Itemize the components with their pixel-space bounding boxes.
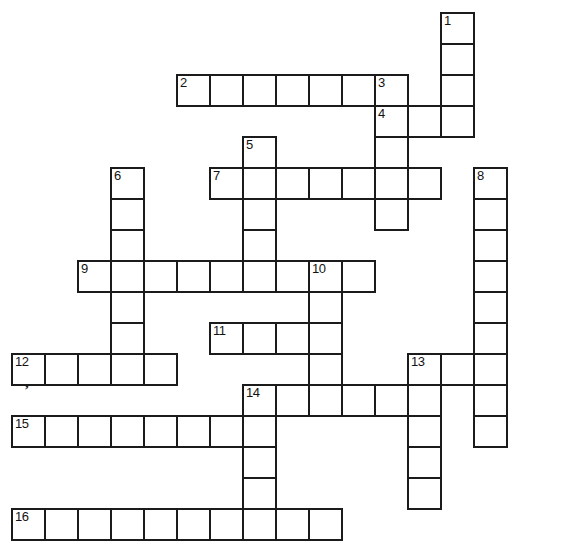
cell-r2-c11[interactable]: 3 xyxy=(374,74,409,107)
clue-number-13: 13 xyxy=(411,355,424,370)
cell-r6-c11[interactable] xyxy=(374,198,409,231)
cell-r13-c14[interactable] xyxy=(473,415,508,448)
cell-r11-c2[interactable] xyxy=(77,353,112,386)
cell-r5-c6[interactable]: 7 xyxy=(209,167,244,200)
cell-r16-c1[interactable] xyxy=(44,508,79,541)
cell-r16-c9[interactable] xyxy=(308,508,343,541)
cell-r12-c12[interactable] xyxy=(407,384,442,417)
cell-r6-c14[interactable] xyxy=(473,198,508,231)
cell-r12-c8[interactable] xyxy=(275,384,310,417)
cell-r12-c10[interactable] xyxy=(341,384,376,417)
cell-r2-c13[interactable] xyxy=(440,74,475,107)
cell-r7-c14[interactable] xyxy=(473,229,508,262)
cell-r15-c12[interactable] xyxy=(407,477,442,510)
clue-number-1: 1 xyxy=(444,14,451,29)
clue-number-4: 4 xyxy=(378,107,385,122)
cell-r8-c3[interactable] xyxy=(110,260,145,293)
cell-r5-c12[interactable] xyxy=(407,167,442,200)
stray-ink-mark: , xyxy=(25,374,29,391)
cell-r10-c7[interactable] xyxy=(242,322,277,355)
cell-r3-c12[interactable] xyxy=(407,105,442,138)
cell-r8-c2[interactable]: 9 xyxy=(77,260,112,293)
cell-r2-c6[interactable] xyxy=(209,74,244,107)
cell-r16-c7[interactable] xyxy=(242,508,277,541)
cell-r8-c8[interactable] xyxy=(275,260,310,293)
cell-r10-c14[interactable] xyxy=(473,322,508,355)
cell-r16-c4[interactable] xyxy=(143,508,178,541)
cell-r2-c10[interactable] xyxy=(341,74,376,107)
cell-r13-c0[interactable]: 15 xyxy=(11,415,46,448)
cell-r4-c11[interactable] xyxy=(374,136,409,169)
cell-r16-c3[interactable] xyxy=(110,508,145,541)
cell-r11-c14[interactable] xyxy=(473,353,508,386)
cell-r2-c7[interactable] xyxy=(242,74,277,107)
cell-r5-c8[interactable] xyxy=(275,167,310,200)
crossword-board: 12345678910111213141516, xyxy=(0,0,568,545)
cell-r13-c7[interactable] xyxy=(242,415,277,448)
cell-r3-c13[interactable] xyxy=(440,105,475,138)
clue-number-8: 8 xyxy=(477,169,484,184)
cell-r9-c9[interactable] xyxy=(308,291,343,324)
cell-r5-c10[interactable] xyxy=(341,167,376,200)
cell-r16-c6[interactable] xyxy=(209,508,244,541)
cell-r16-c0[interactable]: 16 xyxy=(11,508,46,541)
cell-r5-c9[interactable] xyxy=(308,167,343,200)
cell-r16-c2[interactable] xyxy=(77,508,112,541)
clue-number-5: 5 xyxy=(246,138,253,153)
cell-r12-c11[interactable] xyxy=(374,384,409,417)
cell-r13-c1[interactable] xyxy=(44,415,79,448)
clue-number-3: 3 xyxy=(378,76,385,91)
cell-r12-c14[interactable] xyxy=(473,384,508,417)
cell-r12-c9[interactable] xyxy=(308,384,343,417)
cell-r8-c4[interactable] xyxy=(143,260,178,293)
clue-number-11: 11 xyxy=(213,324,226,339)
cell-r16-c8[interactable] xyxy=(275,508,310,541)
cell-r10-c8[interactable] xyxy=(275,322,310,355)
cell-r8-c9[interactable]: 10 xyxy=(308,260,343,293)
cell-r8-c10[interactable] xyxy=(341,260,376,293)
cell-r11-c3[interactable] xyxy=(110,353,145,386)
cell-r12-c7[interactable]: 14 xyxy=(242,384,277,417)
cell-r2-c5[interactable]: 2 xyxy=(176,74,211,107)
cell-r13-c4[interactable] xyxy=(143,415,178,448)
cell-r9-c3[interactable] xyxy=(110,291,145,324)
cell-r1-c13[interactable] xyxy=(440,43,475,76)
cell-r11-c13[interactable] xyxy=(440,353,475,386)
cell-r11-c9[interactable] xyxy=(308,353,343,386)
cell-r8-c14[interactable] xyxy=(473,260,508,293)
cell-r3-c11[interactable]: 4 xyxy=(374,105,409,138)
cell-r16-c5[interactable] xyxy=(176,508,211,541)
cell-r10-c3[interactable] xyxy=(110,322,145,355)
cell-r2-c9[interactable] xyxy=(308,74,343,107)
cell-r2-c8[interactable] xyxy=(275,74,310,107)
cell-r7-c7[interactable] xyxy=(242,229,277,262)
cell-r6-c7[interactable] xyxy=(242,198,277,231)
clue-number-16: 16 xyxy=(15,510,28,525)
cell-r14-c7[interactable] xyxy=(242,446,277,479)
clue-number-15: 15 xyxy=(15,417,28,432)
cell-r13-c6[interactable] xyxy=(209,415,244,448)
cell-r4-c7[interactable]: 5 xyxy=(242,136,277,169)
cell-r10-c9[interactable] xyxy=(308,322,343,355)
cell-r5-c3[interactable]: 6 xyxy=(110,167,145,200)
clue-number-9: 9 xyxy=(81,262,88,277)
cell-r11-c12[interactable]: 13 xyxy=(407,353,442,386)
clue-number-7: 7 xyxy=(213,169,220,184)
cell-r10-c6[interactable]: 11 xyxy=(209,322,244,355)
clue-number-6: 6 xyxy=(114,169,121,184)
cell-r13-c12[interactable] xyxy=(407,415,442,448)
cell-r8-c7[interactable] xyxy=(242,260,277,293)
clue-number-14: 14 xyxy=(246,386,259,401)
cell-r14-c12[interactable] xyxy=(407,446,442,479)
clue-number-10: 10 xyxy=(312,262,325,277)
cell-r0-c13[interactable]: 1 xyxy=(440,12,475,45)
cell-r11-c1[interactable] xyxy=(44,353,79,386)
cell-r5-c14[interactable]: 8 xyxy=(473,167,508,200)
cell-r8-c6[interactable] xyxy=(209,260,244,293)
cell-r7-c3[interactable] xyxy=(110,229,145,262)
cell-r9-c14[interactable] xyxy=(473,291,508,324)
cell-r15-c7[interactable] xyxy=(242,477,277,510)
cell-r8-c5[interactable] xyxy=(176,260,211,293)
cell-r5-c11[interactable] xyxy=(374,167,409,200)
cell-r5-c7[interactable] xyxy=(242,167,277,200)
cell-r11-c4[interactable] xyxy=(143,353,178,386)
cell-r13-c2[interactable] xyxy=(77,415,112,448)
cell-r13-c3[interactable] xyxy=(110,415,145,448)
clue-number-2: 2 xyxy=(180,76,187,91)
cell-r6-c3[interactable] xyxy=(110,198,145,231)
clue-number-12: 12 xyxy=(15,355,28,370)
cell-r13-c5[interactable] xyxy=(176,415,211,448)
